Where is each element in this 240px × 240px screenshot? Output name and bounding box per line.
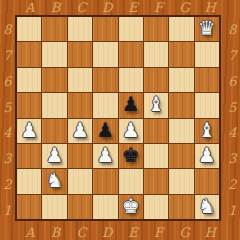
file-labels-bottom: ABCDEFGH (17, 225, 223, 240)
piece-white-pawn[interactable]: ♟ (198, 145, 216, 165)
piece-black-pawn[interactable]: ♟ (122, 94, 140, 114)
piece-white-king[interactable]: ♚ (122, 196, 140, 216)
rank-label-8: 8 (0, 17, 15, 43)
square-d4[interactable]: ♟ (93, 119, 117, 143)
square-f8[interactable] (144, 17, 168, 41)
square-d2[interactable] (93, 169, 117, 193)
rank-labels-right: 87654321 (225, 17, 240, 223)
rank-label-8: 8 (225, 17, 240, 43)
square-e3[interactable]: ♚ (119, 144, 143, 168)
square-b4[interactable] (42, 119, 66, 143)
rank-label-5: 5 (225, 94, 240, 120)
piece-white-pawn[interactable]: ♟ (71, 120, 89, 140)
square-g4[interactable] (169, 119, 193, 143)
square-c6[interactable] (68, 68, 92, 92)
piece-black-king[interactable]: ♚ (122, 145, 140, 165)
square-b5[interactable] (42, 93, 66, 117)
square-f1[interactable] (144, 195, 168, 219)
file-label-h: H (197, 0, 223, 15)
square-e8[interactable] (119, 17, 143, 41)
rank-label-6: 6 (225, 69, 240, 95)
square-g2[interactable] (169, 169, 193, 193)
file-label-f: F (146, 0, 172, 15)
rank-label-3: 3 (0, 146, 15, 172)
square-d3[interactable]: ♟ (93, 144, 117, 168)
piece-white-bishop[interactable]: ♝ (147, 94, 165, 114)
rank-label-5: 5 (0, 94, 15, 120)
square-a1[interactable] (17, 195, 41, 219)
piece-white-knight[interactable]: ♞ (198, 196, 216, 216)
piece-white-pawn[interactable]: ♟ (46, 145, 64, 165)
square-h4[interactable]: ♝ (195, 119, 219, 143)
chess-board: ♛♟♝♟♟♟♟♝♟♟♚♟♞♚♞ (15, 15, 221, 221)
square-h6[interactable] (195, 68, 219, 92)
square-a5[interactable] (17, 93, 41, 117)
square-e2[interactable] (119, 169, 143, 193)
file-label-d: D (94, 0, 120, 15)
rank-label-4: 4 (225, 120, 240, 146)
square-e4[interactable]: ♟ (119, 119, 143, 143)
file-label-e: E (120, 225, 146, 240)
square-b7[interactable] (42, 42, 66, 66)
square-b6[interactable] (42, 68, 66, 92)
file-label-g: G (172, 225, 198, 240)
piece-white-bishop[interactable]: ♝ (198, 120, 216, 140)
square-f6[interactable] (144, 68, 168, 92)
square-d8[interactable] (93, 17, 117, 41)
square-a8[interactable] (17, 17, 41, 41)
file-label-c: C (69, 225, 95, 240)
piece-black-pawn[interactable]: ♟ (96, 120, 114, 140)
file-label-a: A (17, 0, 43, 15)
square-g6[interactable] (169, 68, 193, 92)
square-d5[interactable] (93, 93, 117, 117)
rank-labels-left: 87654321 (0, 17, 15, 223)
square-g7[interactable] (169, 42, 193, 66)
square-c2[interactable] (68, 169, 92, 193)
square-a7[interactable] (17, 42, 41, 66)
square-c3[interactable] (68, 144, 92, 168)
square-e5[interactable]: ♟ (119, 93, 143, 117)
square-h7[interactable] (195, 42, 219, 66)
square-e7[interactable] (119, 42, 143, 66)
square-e1[interactable]: ♚ (119, 195, 143, 219)
file-label-b: B (43, 225, 69, 240)
square-b3[interactable]: ♟ (42, 144, 66, 168)
file-label-b: B (43, 0, 69, 15)
rank-label-2: 2 (0, 172, 15, 198)
file-label-h: H (197, 225, 223, 240)
square-f4[interactable] (144, 119, 168, 143)
square-c4[interactable]: ♟ (68, 119, 92, 143)
square-g1[interactable] (169, 195, 193, 219)
file-label-c: C (69, 0, 95, 15)
square-d6[interactable] (93, 68, 117, 92)
square-g5[interactable] (169, 93, 193, 117)
rank-label-4: 4 (0, 120, 15, 146)
square-f2[interactable] (144, 169, 168, 193)
file-label-f: F (146, 225, 172, 240)
piece-white-pawn[interactable]: ♟ (96, 145, 114, 165)
square-g8[interactable] (169, 17, 193, 41)
chessboard-app: ABCDEFGH 87654321 87654321 ABCDEFGH ♛♟♝♟… (0, 0, 240, 240)
rank-label-6: 6 (0, 69, 15, 95)
file-label-e: E (120, 0, 146, 15)
square-c8[interactable] (68, 17, 92, 41)
file-labels-top: ABCDEFGH (17, 0, 223, 15)
square-d7[interactable] (93, 42, 117, 66)
square-f3[interactable] (144, 144, 168, 168)
square-a2[interactable] (17, 169, 41, 193)
square-a4[interactable]: ♟ (17, 119, 41, 143)
square-c1[interactable] (68, 195, 92, 219)
square-g3[interactable] (169, 144, 193, 168)
square-h5[interactable] (195, 93, 219, 117)
piece-white-pawn[interactable]: ♟ (20, 120, 38, 140)
square-a6[interactable] (17, 68, 41, 92)
square-h2[interactable] (195, 169, 219, 193)
square-b1[interactable] (42, 195, 66, 219)
rank-label-2: 2 (225, 172, 240, 198)
square-c5[interactable] (68, 93, 92, 117)
square-h8[interactable]: ♛ (195, 17, 219, 41)
rank-label-1: 1 (0, 197, 15, 223)
piece-white-queen[interactable]: ♛ (198, 18, 216, 38)
square-h3[interactable]: ♟ (195, 144, 219, 168)
piece-white-knight[interactable]: ♞ (46, 170, 64, 190)
square-b8[interactable] (42, 17, 66, 41)
rank-label-7: 7 (0, 43, 15, 69)
file-label-a: A (17, 225, 43, 240)
file-label-d: D (94, 225, 120, 240)
square-e6[interactable] (119, 68, 143, 92)
square-b2[interactable]: ♞ (42, 169, 66, 193)
rank-label-7: 7 (225, 43, 240, 69)
square-d1[interactable] (93, 195, 117, 219)
rank-label-1: 1 (225, 197, 240, 223)
square-a3[interactable] (17, 144, 41, 168)
square-h1[interactable]: ♞ (195, 195, 219, 219)
square-f7[interactable] (144, 42, 168, 66)
square-c7[interactable] (68, 42, 92, 66)
file-label-g: G (172, 0, 198, 15)
rank-label-3: 3 (225, 146, 240, 172)
square-f5[interactable]: ♝ (144, 93, 168, 117)
piece-white-pawn[interactable]: ♟ (122, 120, 140, 140)
